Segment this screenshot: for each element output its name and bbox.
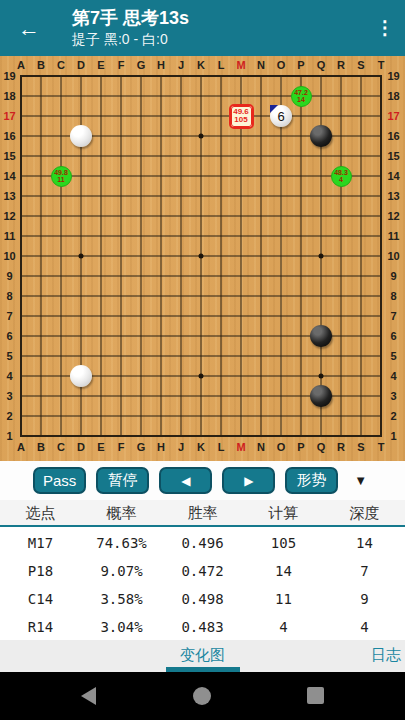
black-stone [310,325,332,347]
analysis-cell: 0.472 [162,563,243,579]
analysis-table-header: 选点概率胜率计算深度 [0,500,405,527]
app-bar: ← 第7手 思考13s 提子 黑:0 - 白:0 ⋮ [0,0,405,56]
candidate-marker-P18[interactable]: 47.214 [291,86,311,106]
white-stone [70,365,92,387]
column-header: 概率 [81,500,162,525]
analysis-cell: 4 [243,619,324,635]
column-header: 计算 [243,500,324,525]
analysis-cell: 0.496 [162,535,243,551]
marker-value: 11 [57,176,64,184]
analysis-row-M17[interactable]: M1774.63%0.49610514 [0,529,405,557]
analysis-cell: 4 [324,619,405,635]
overflow-menu-icon[interactable]: ⋮ [371,14,399,44]
nav-recents-icon[interactable] [307,687,324,704]
analysis-cell: M17 [0,535,81,551]
pause-button[interactable]: 暂停 [96,467,149,494]
analysis-cell: 9.07% [81,563,162,579]
analysis-cell: 3.58% [81,591,162,607]
marker-value: 47.2 [294,89,308,97]
analysis-cell: C14 [0,591,81,607]
go-board[interactable]: AABBCCDDEEFFGGHHJJKKLLMMNNOOPPQQRRSSTT19… [0,56,405,461]
bottom-tab-bar: 变化图 日志 [0,640,405,672]
stone-white-D16 [71,126,91,146]
nav-home-icon[interactable] [193,687,211,705]
white-stone [70,125,92,147]
control-bar: Pass 暂停 ◀ ▶ 形势 ▼ [0,461,405,500]
stone-white-O17: 6 [271,106,291,126]
marker-value: 4 [339,176,343,184]
stone-black-Q16 [311,126,331,146]
column-header: 胜率 [162,500,243,525]
page-title: 第7手 思考13s [72,6,189,30]
analysis-cell: 0.498 [162,591,243,607]
last-move-flag-icon [270,105,278,113]
column-header: 深度 [324,500,405,525]
candidate-marker-C14[interactable]: 49.811 [51,166,71,186]
analysis-cell: R14 [0,619,81,635]
marker-value: 14 [297,96,305,104]
marker-value: 105 [234,116,247,125]
analysis-cell: 14 [324,535,405,551]
analysis-cell: 14 [243,563,324,579]
black-stone [310,385,332,407]
analysis-cell: 0.483 [162,619,243,635]
analysis-cell: 7 [324,563,405,579]
column-header: 选点 [0,500,81,525]
candidate-marker-R14[interactable]: 48.34 [331,166,351,186]
analysis-row-P18[interactable]: P189.07%0.472147 [0,557,405,585]
analysis-cell: 74.63% [81,535,162,551]
stone-black-Q6 [311,326,331,346]
marker-value: 49.8 [54,169,68,177]
next-move-button[interactable]: ▶ [222,467,275,494]
analysis-cell: 3.04% [81,619,162,635]
situation-button[interactable]: 形势 [285,467,338,494]
back-arrow-icon[interactable]: ← [14,14,44,44]
board-grid[interactable]: 649.610547.21449.81148.34 [11,66,391,446]
app-screen: ← 第7手 思考13s 提子 黑:0 - 白:0 ⋮ AABBCCDDEEFFG… [0,0,405,720]
analysis-row-C14[interactable]: C143.58%0.498119 [0,585,405,613]
marker-value: 48.3 [334,169,348,177]
analysis-cell: 9 [324,591,405,607]
app-bar-titles: 第7手 思考13s 提子 黑:0 - 白:0 [72,6,189,49]
nav-back-icon[interactable] [81,687,96,705]
prev-move-button[interactable]: ◀ [159,467,212,494]
analysis-row-R14[interactable]: R143.04%0.48344 [0,613,405,641]
stone-black-Q3 [311,386,331,406]
analysis-cell: P18 [0,563,81,579]
best-move-marker-M17[interactable]: 49.6105 [231,106,251,126]
dropdown-caret-icon[interactable]: ▼ [354,473,367,488]
analysis-cell: 105 [243,535,324,551]
black-stone [310,125,332,147]
pass-button[interactable]: Pass [33,467,86,494]
tab-log[interactable]: 日志 [371,640,401,672]
analysis-table-body: M1774.63%0.49610514P189.07%0.472147C143.… [0,529,405,641]
analysis-cell: 11 [243,591,324,607]
white-stone: 6 [270,105,292,127]
captures-subtitle: 提子 黑:0 - 白:0 [72,30,189,49]
android-nav-bar [0,672,405,720]
stone-white-D4 [71,366,91,386]
